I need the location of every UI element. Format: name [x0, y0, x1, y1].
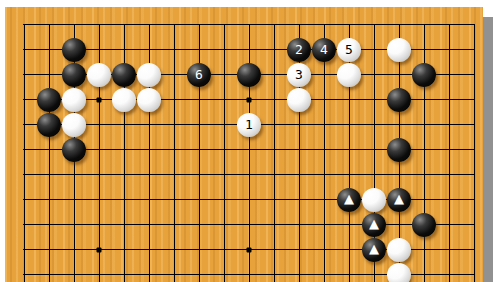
white-stone: [87, 63, 111, 87]
white-stone: [387, 38, 411, 62]
white-stone: [287, 88, 311, 112]
go-app-screen: 245631▲▲▲▲: [0, 0, 500, 282]
grid-line-horizontal: [23, 24, 474, 25]
star-point: [97, 97, 102, 102]
star-point: [97, 247, 102, 252]
grid-line-vertical: [449, 24, 450, 282]
triangle-mark: ▲: [394, 187, 404, 211]
black-stone: ▲: [362, 213, 386, 237]
white-stone: [137, 63, 161, 87]
grid-line-horizontal: [23, 224, 474, 225]
black-stone: [62, 38, 86, 62]
black-stone: [37, 113, 61, 137]
white-stone: 5: [337, 38, 361, 62]
black-stone: [412, 213, 436, 237]
grid-line-vertical: [49, 24, 50, 282]
white-stone: [62, 113, 86, 137]
star-point: [247, 247, 252, 252]
grid-line-vertical: [324, 24, 325, 282]
white-stone: 1: [237, 113, 261, 137]
triangle-mark: ▲: [369, 237, 379, 261]
black-stone: ▲: [362, 238, 386, 262]
black-stone: [62, 63, 86, 87]
black-stone: 6: [187, 63, 211, 87]
board-drop-shadow: [483, 17, 493, 282]
move-number-label: 6: [195, 63, 203, 87]
white-stone: [387, 263, 411, 282]
black-stone: [37, 88, 61, 112]
white-stone: [62, 88, 86, 112]
black-stone: 4: [312, 38, 336, 62]
move-number-label: 3: [295, 63, 303, 87]
white-stone: [112, 88, 136, 112]
grid-line-vertical: [474, 24, 475, 282]
go-board[interactable]: 245631▲▲▲▲: [5, 7, 483, 282]
move-number-label: 5: [345, 38, 353, 62]
grid-line-vertical: [224, 24, 225, 282]
grid-line-vertical: [274, 24, 275, 282]
star-point: [247, 97, 252, 102]
black-stone: [62, 138, 86, 162]
black-stone: 2: [287, 38, 311, 62]
white-stone: [387, 238, 411, 262]
grid-line-vertical: [24, 24, 25, 282]
white-stone: [137, 88, 161, 112]
black-stone: [412, 63, 436, 87]
black-stone: [237, 63, 261, 87]
black-stone: [387, 138, 411, 162]
white-stone: 3: [287, 63, 311, 87]
black-stone: [387, 88, 411, 112]
move-number-label: 1: [245, 113, 253, 137]
triangle-mark: ▲: [344, 187, 354, 211]
grid-line-vertical: [174, 24, 175, 282]
grid-line-horizontal: [23, 174, 474, 175]
black-stone: ▲: [337, 188, 361, 212]
triangle-mark: ▲: [369, 212, 379, 236]
black-stone: ▲: [387, 188, 411, 212]
move-number-label: 4: [320, 38, 328, 62]
black-stone: [112, 63, 136, 87]
white-stone: [337, 63, 361, 87]
move-number-label: 2: [295, 38, 303, 62]
white-stone: [362, 188, 386, 212]
